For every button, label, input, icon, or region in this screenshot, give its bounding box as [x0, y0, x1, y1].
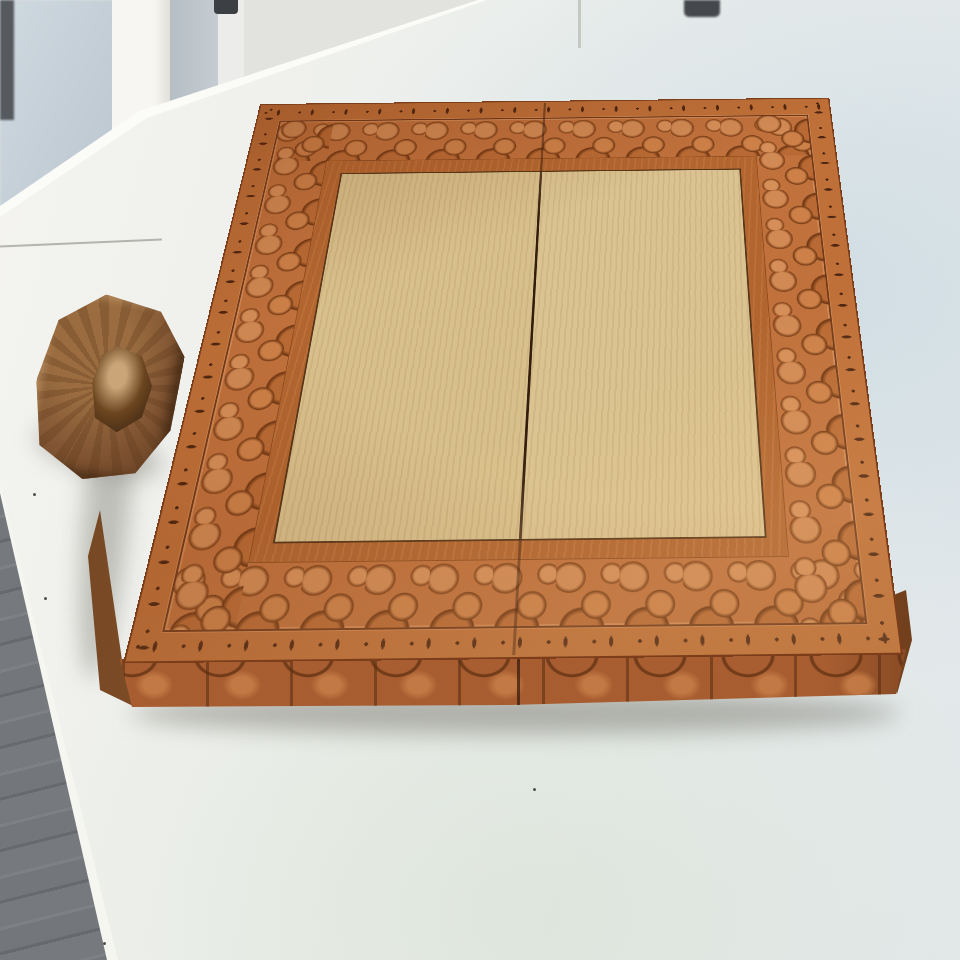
- table-speck: [33, 493, 36, 496]
- floor-speck: [103, 942, 106, 945]
- wall-dark-edge: [0, 0, 14, 120]
- table-speck: [533, 788, 536, 791]
- table-speck: [44, 597, 47, 600]
- board-panel: [273, 168, 767, 543]
- chess-box-lid: [123, 98, 903, 664]
- box-top-face: [123, 98, 903, 664]
- background-dark-object: [684, 0, 720, 17]
- table-seam-line: [578, 0, 581, 48]
- wall-dark-object: [214, 0, 238, 14]
- chess-board: [288, 177, 753, 532]
- scene: [0, 0, 960, 960]
